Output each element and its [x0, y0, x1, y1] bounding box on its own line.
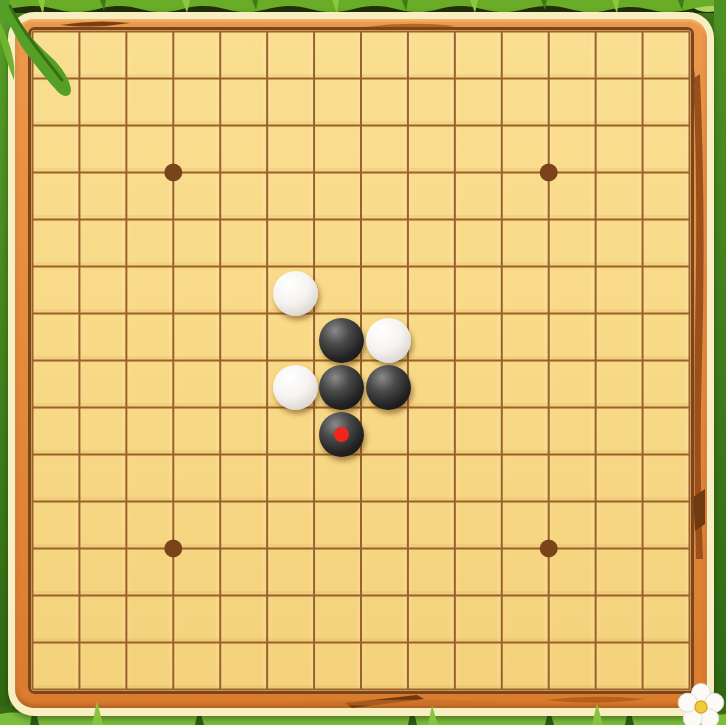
intersection[interactable] [600, 129, 647, 176]
intersection[interactable] [178, 552, 225, 599]
intersection[interactable] [600, 35, 647, 82]
intersection[interactable] [506, 35, 553, 82]
intersection[interactable] [365, 82, 412, 129]
intersection[interactable] [37, 82, 84, 129]
intersection[interactable] [600, 458, 647, 505]
intersection[interactable] [37, 129, 84, 176]
intersection[interactable] [225, 82, 272, 129]
last-move-marker [334, 427, 349, 442]
board-grid [37, 35, 726, 725]
intersection[interactable] [319, 176, 366, 223]
intersection[interactable] [459, 364, 506, 411]
intersection[interactable] [647, 693, 694, 725]
intersection[interactable] [178, 364, 225, 411]
intersection[interactable] [319, 35, 366, 82]
intersection[interactable] [647, 317, 694, 364]
intersection[interactable] [131, 646, 178, 693]
intersection[interactable] [459, 411, 506, 458]
intersection[interactable] [178, 176, 225, 223]
intersection[interactable] [131, 129, 178, 176]
intersection[interactable] [600, 82, 647, 129]
white-flower-peek [138, 0, 157, 7]
intersection[interactable] [506, 458, 553, 505]
occupied-intersection [272, 364, 319, 411]
intersection[interactable] [319, 223, 366, 270]
pink-flower-peek [92, 0, 115, 6]
intersection[interactable] [600, 505, 647, 552]
intersection[interactable] [365, 505, 412, 552]
occupied-intersection [319, 364, 366, 411]
occupied-intersection [272, 270, 319, 317]
intersection[interactable] [319, 693, 366, 725]
intersection[interactable] [647, 82, 694, 129]
intersection[interactable] [412, 35, 459, 82]
intersection[interactable] [84, 82, 131, 129]
pink-flower-center [105, 0, 110, 5]
intersection[interactable] [37, 599, 84, 646]
intersection[interactable] [84, 458, 131, 505]
intersection[interactable] [647, 223, 694, 270]
intersection[interactable] [506, 82, 553, 129]
intersection[interactable] [178, 646, 225, 693]
intersection[interactable] [600, 599, 647, 646]
intersection[interactable] [506, 411, 553, 458]
intersection[interactable] [459, 35, 506, 82]
black-stone [319, 318, 364, 363]
intersection[interactable] [506, 223, 553, 270]
intersection[interactable] [225, 270, 272, 317]
intersection[interactable] [131, 411, 178, 458]
occupied-intersection [319, 317, 366, 364]
intersection[interactable] [131, 82, 178, 129]
intersection[interactable] [131, 270, 178, 317]
intersection[interactable] [225, 223, 272, 270]
intersection[interactable] [37, 411, 84, 458]
top-grass [0, 0, 726, 12]
intersection[interactable] [553, 223, 600, 270]
intersection[interactable] [319, 646, 366, 693]
intersection[interactable] [272, 129, 319, 176]
intersection[interactable] [553, 646, 600, 693]
intersection[interactable] [694, 223, 726, 270]
intersection[interactable] [694, 411, 726, 458]
intersection[interactable] [225, 129, 272, 176]
intersection[interactable] [506, 693, 553, 725]
intersection[interactable] [647, 35, 694, 82]
intersection[interactable] [459, 129, 506, 176]
intersection[interactable] [600, 646, 647, 693]
intersection[interactable] [553, 82, 600, 129]
intersection[interactable] [37, 317, 84, 364]
intersection[interactable] [178, 317, 225, 364]
intersection[interactable] [647, 599, 694, 646]
black-stone [366, 365, 411, 410]
intersection[interactable] [694, 176, 726, 223]
intersection[interactable] [131, 223, 178, 270]
intersection[interactable] [178, 693, 225, 725]
intersection[interactable] [319, 552, 366, 599]
intersection[interactable] [131, 317, 178, 364]
intersection[interactable] [225, 458, 272, 505]
intersection[interactable] [178, 129, 225, 176]
intersection[interactable] [178, 599, 225, 646]
intersection[interactable] [37, 552, 84, 599]
intersection[interactable] [225, 176, 272, 223]
intersection[interactable] [272, 552, 319, 599]
intersection[interactable] [178, 270, 225, 317]
intersection[interactable] [506, 317, 553, 364]
intersection[interactable] [600, 223, 647, 270]
intersection[interactable] [459, 458, 506, 505]
white-stone [273, 271, 318, 316]
intersection[interactable] [459, 505, 506, 552]
intersection[interactable] [647, 129, 694, 176]
intersection[interactable] [412, 505, 459, 552]
intersection[interactable] [225, 552, 272, 599]
intersection[interactable] [84, 35, 131, 82]
intersection[interactable] [225, 317, 272, 364]
intersection[interactable] [225, 599, 272, 646]
intersection[interactable] [178, 82, 225, 129]
intersection[interactable] [84, 505, 131, 552]
intersection[interactable] [412, 552, 459, 599]
intersection[interactable] [459, 693, 506, 725]
intersection[interactable] [459, 223, 506, 270]
wood-streak-top-left [60, 21, 130, 26]
intersection[interactable] [694, 505, 726, 552]
intersection[interactable] [600, 411, 647, 458]
intersection[interactable] [319, 458, 366, 505]
goban [28, 27, 694, 694]
intersection[interactable] [319, 82, 366, 129]
intersection[interactable] [506, 270, 553, 317]
intersection[interactable] [694, 270, 726, 317]
intersection[interactable] [225, 411, 272, 458]
intersection[interactable] [272, 35, 319, 82]
intersection[interactable] [412, 411, 459, 458]
white-stone [273, 365, 318, 410]
intersection[interactable] [84, 693, 131, 725]
intersection[interactable] [412, 270, 459, 317]
black-stone [319, 412, 364, 457]
intersection[interactable] [694, 458, 726, 505]
intersection[interactable] [600, 270, 647, 317]
intersection[interactable] [272, 646, 319, 693]
intersection[interactable] [365, 223, 412, 270]
intersection[interactable] [84, 552, 131, 599]
intersection[interactable] [365, 129, 412, 176]
intersection[interactable] [694, 129, 726, 176]
intersection[interactable] [600, 317, 647, 364]
intersection[interactable] [600, 176, 647, 223]
intersection[interactable] [365, 270, 412, 317]
intersection[interactable] [272, 411, 319, 458]
intersection[interactable] [37, 176, 84, 223]
intersection[interactable] [694, 552, 726, 599]
intersection[interactable] [553, 411, 600, 458]
intersection[interactable] [600, 364, 647, 411]
intersection[interactable] [272, 599, 319, 646]
occupied-intersection [319, 411, 366, 458]
intersection[interactable] [131, 505, 178, 552]
intersection[interactable] [225, 505, 272, 552]
intersection[interactable] [272, 458, 319, 505]
intersection[interactable] [647, 270, 694, 317]
intersection[interactable] [37, 458, 84, 505]
intersection[interactable] [412, 129, 459, 176]
intersection[interactable] [459, 552, 506, 599]
intersection[interactable] [319, 129, 366, 176]
occupied-intersection [365, 317, 412, 364]
intersection[interactable] [178, 505, 225, 552]
intersection[interactable] [647, 552, 694, 599]
intersection[interactable] [506, 505, 553, 552]
intersection[interactable] [694, 646, 726, 693]
intersection[interactable] [694, 364, 726, 411]
intersection[interactable] [459, 646, 506, 693]
intersection[interactable] [365, 552, 412, 599]
intersection[interactable] [365, 599, 412, 646]
intersection[interactable] [131, 552, 178, 599]
intersection[interactable] [459, 599, 506, 646]
top-right-leaf [692, 0, 724, 12]
intersection[interactable] [459, 82, 506, 129]
intersection[interactable] [131, 364, 178, 411]
intersection[interactable] [694, 693, 726, 725]
intersection[interactable] [84, 176, 131, 223]
intersection[interactable] [225, 364, 272, 411]
intersection[interactable] [694, 35, 726, 82]
intersection[interactable] [506, 129, 553, 176]
intersection[interactable] [365, 693, 412, 725]
intersection[interactable] [319, 599, 366, 646]
occupied-intersection [365, 364, 412, 411]
intersection[interactable] [178, 411, 225, 458]
intersection[interactable] [412, 693, 459, 725]
intersection[interactable] [506, 646, 553, 693]
intersection[interactable] [225, 693, 272, 725]
intersection[interactable] [412, 599, 459, 646]
black-stone [319, 365, 364, 410]
top-grass-shadows [100, 0, 684, 11]
intersection[interactable] [365, 646, 412, 693]
intersection[interactable] [412, 458, 459, 505]
intersection[interactable] [412, 223, 459, 270]
intersection[interactable] [272, 693, 319, 725]
intersection[interactable] [178, 223, 225, 270]
intersection[interactable] [553, 176, 600, 223]
intersection[interactable] [553, 552, 600, 599]
intersection[interactable] [553, 505, 600, 552]
intersection[interactable] [84, 411, 131, 458]
intersection[interactable] [225, 646, 272, 693]
intersection[interactable] [365, 35, 412, 82]
intersection[interactable] [553, 693, 600, 725]
intersection[interactable] [412, 317, 459, 364]
intersection[interactable] [694, 599, 726, 646]
intersection[interactable] [131, 35, 178, 82]
intersection[interactable] [365, 458, 412, 505]
intersection[interactable] [553, 599, 600, 646]
intersection[interactable] [365, 176, 412, 223]
intersection[interactable] [272, 176, 319, 223]
intersection[interactable] [365, 411, 412, 458]
intersection[interactable] [412, 82, 459, 129]
intersection[interactable] [178, 35, 225, 82]
intersection[interactable] [647, 176, 694, 223]
intersection[interactable] [647, 505, 694, 552]
intersection[interactable] [647, 458, 694, 505]
intersection[interactable] [412, 176, 459, 223]
intersection[interactable] [84, 646, 131, 693]
intersection[interactable] [319, 505, 366, 552]
white-stone [366, 318, 411, 363]
intersection[interactable] [37, 646, 84, 693]
intersection[interactable] [37, 223, 84, 270]
intersection[interactable] [37, 505, 84, 552]
intersection[interactable] [506, 552, 553, 599]
intersection[interactable] [84, 270, 131, 317]
intersection[interactable] [694, 82, 726, 129]
intersection[interactable] [553, 35, 600, 82]
intersection[interactable] [553, 364, 600, 411]
intersection[interactable] [412, 364, 459, 411]
gomoku-game-screen [0, 0, 726, 725]
intersection[interactable] [84, 223, 131, 270]
intersection[interactable] [225, 35, 272, 82]
intersection[interactable] [647, 364, 694, 411]
intersection[interactable] [600, 693, 647, 725]
intersection[interactable] [553, 129, 600, 176]
intersection[interactable] [84, 129, 131, 176]
intersection[interactable] [37, 35, 84, 82]
intersection[interactable] [84, 364, 131, 411]
intersection[interactable] [319, 270, 366, 317]
intersection[interactable] [647, 411, 694, 458]
intersection[interactable] [506, 599, 553, 646]
intersection[interactable] [459, 270, 506, 317]
intersection[interactable] [37, 693, 84, 725]
intersection[interactable] [506, 176, 553, 223]
intersection[interactable] [37, 270, 84, 317]
intersection[interactable] [647, 646, 694, 693]
intersection[interactable] [178, 458, 225, 505]
intersection[interactable] [694, 317, 726, 364]
intersection[interactable] [84, 317, 131, 364]
intersection[interactable] [600, 552, 647, 599]
intersection[interactable] [272, 223, 319, 270]
intersection[interactable] [131, 693, 178, 725]
intersection[interactable] [459, 176, 506, 223]
intersection[interactable] [84, 599, 131, 646]
intersection[interactable] [272, 505, 319, 552]
intersection[interactable] [272, 317, 319, 364]
intersection[interactable] [553, 458, 600, 505]
intersection[interactable] [131, 176, 178, 223]
intersection[interactable] [553, 270, 600, 317]
intersection[interactable] [131, 458, 178, 505]
intersection[interactable] [506, 364, 553, 411]
intersection[interactable] [412, 646, 459, 693]
intersection[interactable] [272, 82, 319, 129]
intersection[interactable] [37, 364, 84, 411]
intersection[interactable] [131, 599, 178, 646]
intersection[interactable] [553, 317, 600, 364]
intersection[interactable] [459, 317, 506, 364]
